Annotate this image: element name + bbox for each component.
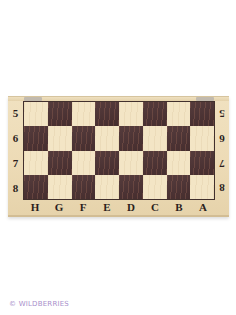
rank-label-8: 8	[8, 175, 23, 200]
square-D6	[119, 126, 143, 150]
square-B5	[167, 102, 191, 126]
rank-label-right-7: 7	[215, 151, 229, 176]
square-H8	[24, 175, 48, 199]
rank-label-7: 7	[8, 151, 23, 176]
square-A8	[190, 175, 214, 199]
square-F6	[72, 126, 96, 150]
square-H6	[24, 126, 48, 150]
square-G8	[48, 175, 72, 199]
square-A7	[190, 151, 214, 175]
square-H7	[24, 151, 48, 175]
rank-label-6: 6	[8, 126, 23, 151]
square-H5	[24, 102, 48, 126]
file-label-C: C	[143, 200, 167, 215]
rank-labels-left: 5678	[8, 101, 23, 200]
chess-board: 5678 5678 HGFEDCBA	[8, 96, 229, 217]
file-label-F: F	[71, 200, 95, 215]
file-label-G: G	[47, 200, 71, 215]
file-label-D: D	[119, 200, 143, 215]
square-F5	[72, 102, 96, 126]
square-A5	[190, 102, 214, 126]
product-photo: 5678 5678 HGFEDCBA © WILDBERRIES	[0, 0, 236, 315]
square-F8	[72, 175, 96, 199]
square-C6	[143, 126, 167, 150]
square-B8	[167, 175, 191, 199]
square-C7	[143, 151, 167, 175]
square-C8	[143, 175, 167, 199]
file-label-A: A	[191, 200, 215, 215]
square-B7	[167, 151, 191, 175]
rank-label-right-8: 8	[215, 175, 229, 200]
square-E7	[95, 151, 119, 175]
square-D7	[119, 151, 143, 175]
square-C5	[143, 102, 167, 126]
square-A6	[190, 126, 214, 150]
square-E6	[95, 126, 119, 150]
square-G7	[48, 151, 72, 175]
square-B6	[167, 126, 191, 150]
watermark: © WILDBERRIES	[9, 300, 69, 308]
square-G5	[48, 102, 72, 126]
rank-label-right-5: 5	[215, 101, 229, 126]
rank-labels-right: 5678	[215, 101, 229, 200]
square-D8	[119, 175, 143, 199]
board-grid	[23, 101, 215, 200]
square-E8	[95, 175, 119, 199]
square-F7	[72, 151, 96, 175]
file-label-E: E	[95, 200, 119, 215]
file-labels: HGFEDCBA	[23, 200, 215, 215]
square-E5	[95, 102, 119, 126]
rank-label-5: 5	[8, 101, 23, 126]
square-G6	[48, 126, 72, 150]
rank-label-right-6: 6	[215, 126, 229, 151]
file-label-B: B	[167, 200, 191, 215]
file-label-H: H	[23, 200, 47, 215]
square-D5	[119, 102, 143, 126]
